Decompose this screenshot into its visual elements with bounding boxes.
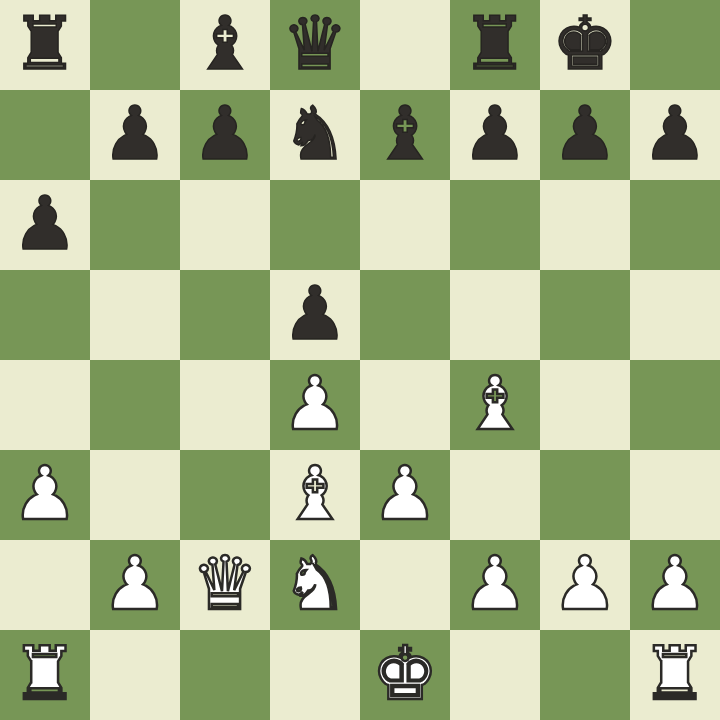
square-b3[interactable]: [90, 450, 180, 540]
square-d7[interactable]: ♞: [270, 90, 360, 180]
square-a7[interactable]: [0, 90, 90, 180]
square-h3[interactable]: [630, 450, 720, 540]
piece-black-pawn[interactable]: ♟: [12, 178, 78, 268]
square-b8[interactable]: [90, 0, 180, 90]
piece-black-knight[interactable]: ♞: [282, 88, 348, 178]
piece-white-king[interactable]: ♚: [372, 628, 438, 718]
piece-black-pawn[interactable]: ♟: [462, 88, 528, 178]
piece-white-knight[interactable]: ♞: [282, 538, 348, 628]
piece-black-pawn[interactable]: ♟: [192, 88, 258, 178]
piece-white-pawn[interactable]: ♟: [462, 538, 528, 628]
square-f5[interactable]: [450, 270, 540, 360]
square-f3[interactable]: [450, 450, 540, 540]
square-d3[interactable]: ♝: [270, 450, 360, 540]
piece-white-bishop[interactable]: ♝: [462, 358, 528, 448]
piece-white-rook[interactable]: ♜: [12, 628, 78, 718]
piece-black-pawn[interactable]: ♟: [642, 88, 708, 178]
square-a5[interactable]: [0, 270, 90, 360]
square-h4[interactable]: [630, 360, 720, 450]
square-a8[interactable]: ♜: [0, 0, 90, 90]
square-h8[interactable]: [630, 0, 720, 90]
square-f7[interactable]: ♟: [450, 90, 540, 180]
square-d4[interactable]: ♟: [270, 360, 360, 450]
square-g4[interactable]: [540, 360, 630, 450]
square-c6[interactable]: [180, 180, 270, 270]
square-e8[interactable]: [360, 0, 450, 90]
piece-white-pawn[interactable]: ♟: [372, 448, 438, 538]
square-d6[interactable]: [270, 180, 360, 270]
square-g2[interactable]: ♟: [540, 540, 630, 630]
square-b7[interactable]: ♟: [90, 90, 180, 180]
piece-black-rook[interactable]: ♜: [12, 0, 78, 88]
square-f6[interactable]: [450, 180, 540, 270]
square-e7[interactable]: ♝: [360, 90, 450, 180]
piece-black-rook[interactable]: ♜: [462, 0, 528, 88]
square-a1[interactable]: ♜: [0, 630, 90, 720]
piece-white-pawn[interactable]: ♟: [552, 538, 618, 628]
piece-black-bishop[interactable]: ♝: [192, 0, 258, 88]
chess-board: ♜♝♛♜♚♟♟♞♝♟♟♟♟♟♟♝♟♝♟♟♛♞♟♟♟♜♚♜: [0, 0, 720, 720]
piece-white-bishop[interactable]: ♝: [282, 448, 348, 538]
square-e5[interactable]: [360, 270, 450, 360]
square-g1[interactable]: [540, 630, 630, 720]
square-a2[interactable]: [0, 540, 90, 630]
square-f4[interactable]: ♝: [450, 360, 540, 450]
square-c3[interactable]: [180, 450, 270, 540]
piece-white-queen[interactable]: ♛: [192, 538, 258, 628]
square-h7[interactable]: ♟: [630, 90, 720, 180]
piece-black-pawn[interactable]: ♟: [552, 88, 618, 178]
piece-white-pawn[interactable]: ♟: [282, 358, 348, 448]
square-e2[interactable]: [360, 540, 450, 630]
square-f1[interactable]: [450, 630, 540, 720]
square-h1[interactable]: ♜: [630, 630, 720, 720]
piece-black-bishop[interactable]: ♝: [372, 88, 438, 178]
piece-white-rook[interactable]: ♜: [642, 628, 708, 718]
square-c4[interactable]: [180, 360, 270, 450]
piece-black-king[interactable]: ♚: [552, 0, 618, 88]
square-e1[interactable]: ♚: [360, 630, 450, 720]
square-b4[interactable]: [90, 360, 180, 450]
square-e3[interactable]: ♟: [360, 450, 450, 540]
piece-black-pawn[interactable]: ♟: [282, 268, 348, 358]
square-d8[interactable]: ♛: [270, 0, 360, 90]
piece-white-pawn[interactable]: ♟: [102, 538, 168, 628]
square-b5[interactable]: [90, 270, 180, 360]
square-c7[interactable]: ♟: [180, 90, 270, 180]
piece-black-queen[interactable]: ♛: [282, 0, 348, 88]
square-b2[interactable]: ♟: [90, 540, 180, 630]
square-c2[interactable]: ♛: [180, 540, 270, 630]
square-d2[interactable]: ♞: [270, 540, 360, 630]
square-e4[interactable]: [360, 360, 450, 450]
square-a6[interactable]: ♟: [0, 180, 90, 270]
piece-white-pawn[interactable]: ♟: [12, 448, 78, 538]
square-g6[interactable]: [540, 180, 630, 270]
square-d1[interactable]: [270, 630, 360, 720]
square-g7[interactable]: ♟: [540, 90, 630, 180]
square-f2[interactable]: ♟: [450, 540, 540, 630]
square-h5[interactable]: [630, 270, 720, 360]
square-c1[interactable]: [180, 630, 270, 720]
square-e6[interactable]: [360, 180, 450, 270]
square-b6[interactable]: [90, 180, 180, 270]
square-g3[interactable]: [540, 450, 630, 540]
square-c5[interactable]: [180, 270, 270, 360]
square-b1[interactable]: [90, 630, 180, 720]
square-g8[interactable]: ♚: [540, 0, 630, 90]
square-h6[interactable]: [630, 180, 720, 270]
piece-black-pawn[interactable]: ♟: [102, 88, 168, 178]
square-f8[interactable]: ♜: [450, 0, 540, 90]
square-h2[interactable]: ♟: [630, 540, 720, 630]
piece-white-pawn[interactable]: ♟: [642, 538, 708, 628]
square-g5[interactable]: [540, 270, 630, 360]
square-a3[interactable]: ♟: [0, 450, 90, 540]
square-a4[interactable]: [0, 360, 90, 450]
square-c8[interactable]: ♝: [180, 0, 270, 90]
square-d5[interactable]: ♟: [270, 270, 360, 360]
